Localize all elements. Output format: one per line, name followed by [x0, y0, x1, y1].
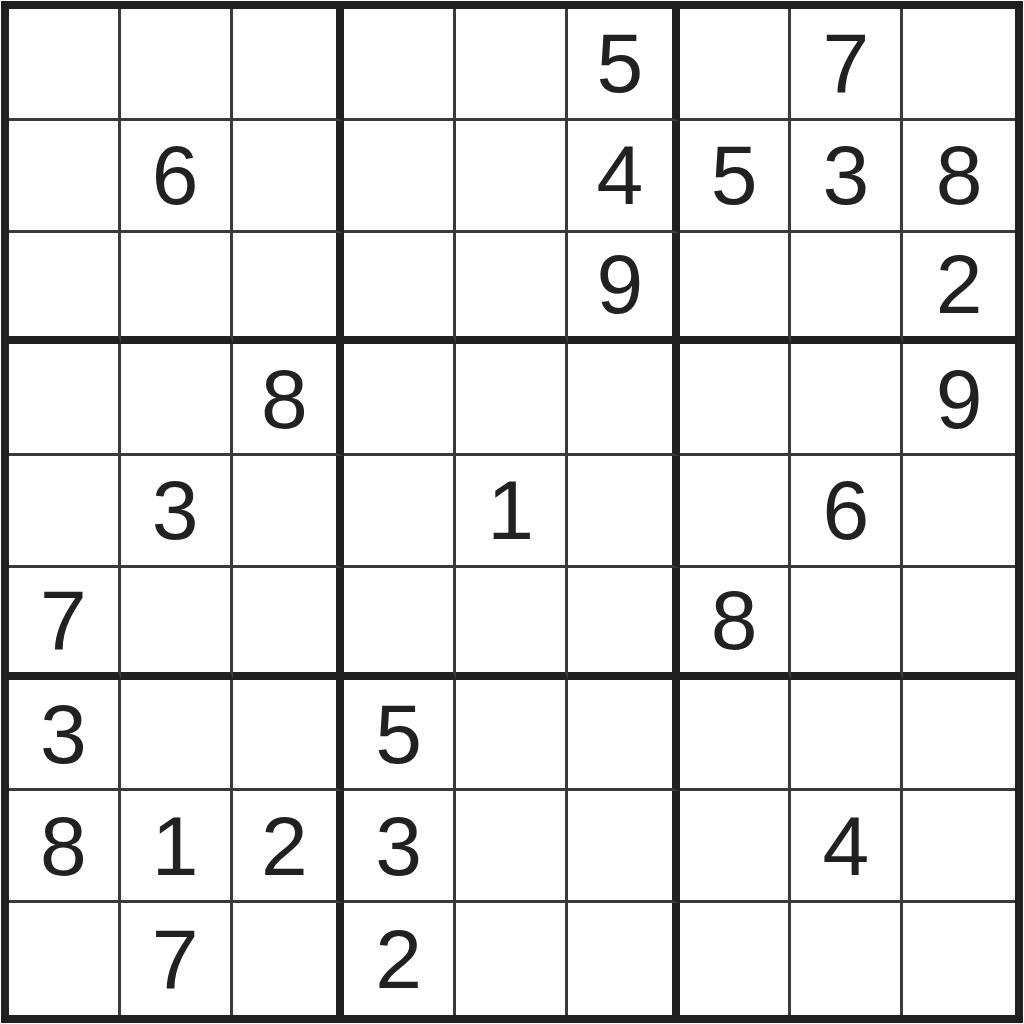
cell-r4c6[interactable]	[568, 344, 680, 456]
cell-r1c3[interactable]	[233, 9, 345, 121]
cell-r9c5[interactable]	[456, 903, 568, 1015]
cell-r3c5[interactable]	[456, 233, 568, 345]
cell-r6c2[interactable]	[121, 568, 233, 680]
cell-r3c9[interactable]: 2	[903, 233, 1015, 345]
cell-r5c6[interactable]	[568, 456, 680, 568]
cell-r5c3[interactable]	[233, 456, 345, 568]
cell-r4c8[interactable]	[791, 344, 903, 456]
cell-r7c9[interactable]	[903, 680, 1015, 792]
cell-r5c7[interactable]	[680, 456, 792, 568]
cell-r9c2[interactable]: 7	[121, 903, 233, 1015]
cell-r8c9[interactable]	[903, 791, 1015, 903]
cell-r1c5[interactable]	[456, 9, 568, 121]
cell-r2c4[interactable]	[344, 121, 456, 233]
cell-r7c3[interactable]	[233, 680, 345, 792]
cell-r6c7[interactable]: 8	[680, 568, 792, 680]
cell-r8c6[interactable]	[568, 791, 680, 903]
cell-r1c8[interactable]: 7	[791, 9, 903, 121]
cell-r8c1[interactable]: 8	[9, 791, 121, 903]
cell-r3c7[interactable]	[680, 233, 792, 345]
cell-r9c9[interactable]	[903, 903, 1015, 1015]
cell-r8c7[interactable]	[680, 791, 792, 903]
cell-r1c4[interactable]	[344, 9, 456, 121]
cell-r1c2[interactable]	[121, 9, 233, 121]
page-background: 5764538928931678358123472	[0, 0, 1024, 1024]
cell-r1c9[interactable]	[903, 9, 1015, 121]
cell-r4c9[interactable]: 9	[903, 344, 1015, 456]
cell-r8c2[interactable]: 1	[121, 791, 233, 903]
cell-r5c2[interactable]: 3	[121, 456, 233, 568]
cell-r1c7[interactable]	[680, 9, 792, 121]
cell-r7c1[interactable]: 3	[9, 680, 121, 792]
cell-r2c2[interactable]: 6	[121, 121, 233, 233]
cell-r7c8[interactable]	[791, 680, 903, 792]
cell-r4c5[interactable]	[456, 344, 568, 456]
cell-r2c7[interactable]: 5	[680, 121, 792, 233]
cell-r7c5[interactable]	[456, 680, 568, 792]
cell-r4c3[interactable]: 8	[233, 344, 345, 456]
cell-r9c3[interactable]	[233, 903, 345, 1015]
cell-r6c3[interactable]	[233, 568, 345, 680]
cell-r3c6[interactable]: 9	[568, 233, 680, 345]
cell-r1c6[interactable]: 5	[568, 9, 680, 121]
cell-r5c1[interactable]	[9, 456, 121, 568]
cell-r3c4[interactable]	[344, 233, 456, 345]
cell-r2c3[interactable]	[233, 121, 345, 233]
cell-r3c8[interactable]	[791, 233, 903, 345]
cell-r5c9[interactable]	[903, 456, 1015, 568]
cell-r2c6[interactable]: 4	[568, 121, 680, 233]
cell-r6c9[interactable]	[903, 568, 1015, 680]
sudoku-board: 5764538928931678358123472	[1, 1, 1023, 1023]
cell-r4c4[interactable]	[344, 344, 456, 456]
cell-r7c4[interactable]: 5	[344, 680, 456, 792]
cell-r8c4[interactable]: 3	[344, 791, 456, 903]
cell-r2c1[interactable]	[9, 121, 121, 233]
cell-r9c1[interactable]	[9, 903, 121, 1015]
cell-r4c2[interactable]	[121, 344, 233, 456]
cell-r1c1[interactable]	[9, 9, 121, 121]
cell-r8c3[interactable]: 2	[233, 791, 345, 903]
cell-r5c8[interactable]: 6	[791, 456, 903, 568]
cell-r8c8[interactable]: 4	[791, 791, 903, 903]
cell-r9c4[interactable]: 2	[344, 903, 456, 1015]
cell-r2c5[interactable]	[456, 121, 568, 233]
cell-r6c5[interactable]	[456, 568, 568, 680]
cell-r9c7[interactable]	[680, 903, 792, 1015]
cell-r6c8[interactable]	[791, 568, 903, 680]
cell-r6c6[interactable]	[568, 568, 680, 680]
cell-r7c6[interactable]	[568, 680, 680, 792]
cell-r7c2[interactable]	[121, 680, 233, 792]
cell-r6c1[interactable]: 7	[9, 568, 121, 680]
cell-r7c7[interactable]	[680, 680, 792, 792]
cell-r9c6[interactable]	[568, 903, 680, 1015]
cell-r3c1[interactable]	[9, 233, 121, 345]
cell-r3c3[interactable]	[233, 233, 345, 345]
cell-r3c2[interactable]	[121, 233, 233, 345]
cell-r4c1[interactable]	[9, 344, 121, 456]
cell-r2c8[interactable]: 3	[791, 121, 903, 233]
cell-r5c4[interactable]	[344, 456, 456, 568]
cell-r9c8[interactable]	[791, 903, 903, 1015]
cell-r5c5[interactable]: 1	[456, 456, 568, 568]
cell-r2c9[interactable]: 8	[903, 121, 1015, 233]
cell-r4c7[interactable]	[680, 344, 792, 456]
cell-r8c5[interactable]	[456, 791, 568, 903]
cell-r6c4[interactable]	[344, 568, 456, 680]
